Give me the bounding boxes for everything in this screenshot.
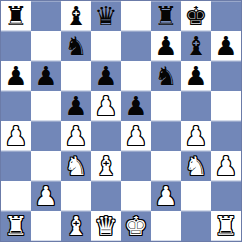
- square-f6[interactable]: ♞: [151, 61, 181, 91]
- square-f4[interactable]: [151, 121, 181, 151]
- square-e1[interactable]: ♚: [121, 211, 151, 241]
- square-e6[interactable]: [121, 61, 151, 91]
- piece-black-pawn[interactable]: ♟: [34, 61, 57, 91]
- square-b6[interactable]: ♟: [31, 61, 61, 91]
- piece-white-rook[interactable]: ♜: [214, 211, 237, 241]
- piece-black-knight[interactable]: ♞: [64, 31, 87, 61]
- square-f8[interactable]: ♜: [151, 1, 181, 31]
- square-e7[interactable]: [121, 31, 151, 61]
- square-e8[interactable]: [121, 1, 151, 31]
- square-c8[interactable]: ♝: [61, 1, 91, 31]
- square-d3[interactable]: ♝: [91, 151, 121, 181]
- piece-black-pawn[interactable]: ♟: [154, 31, 177, 61]
- piece-black-pawn[interactable]: ♟: [214, 31, 237, 61]
- piece-white-pawn[interactable]: ♟: [184, 121, 207, 151]
- square-h1[interactable]: ♜: [211, 211, 241, 241]
- square-h7[interactable]: ♟: [211, 31, 241, 61]
- square-b8[interactable]: [31, 1, 61, 31]
- square-f2[interactable]: ♟: [151, 181, 181, 211]
- piece-black-pawn[interactable]: ♟: [94, 61, 117, 91]
- square-f5[interactable]: [151, 91, 181, 121]
- square-h8[interactable]: [211, 1, 241, 31]
- piece-white-pawn[interactable]: ♟: [214, 151, 237, 181]
- square-b5[interactable]: [31, 91, 61, 121]
- piece-black-bishop[interactable]: ♝: [64, 1, 87, 31]
- square-h6[interactable]: [211, 61, 241, 91]
- square-b3[interactable]: [31, 151, 61, 181]
- piece-black-bishop[interactable]: ♝: [184, 31, 207, 61]
- piece-black-pawn[interactable]: ♟: [184, 61, 207, 91]
- piece-black-rook[interactable]: ♜: [154, 1, 177, 31]
- piece-black-queen[interactable]: ♛: [94, 1, 117, 31]
- square-d5[interactable]: ♟: [91, 91, 121, 121]
- piece-black-king[interactable]: ♚: [184, 1, 207, 31]
- piece-black-pawn[interactable]: ♟: [124, 91, 147, 121]
- board-container: ♜♝♛♜♚♞♟♝♟♟♟♟♞♟♟♟♟♟♟♟♟♞♝♞♟♟♟♜♝♛♚♜: [0, 0, 242, 242]
- piece-black-knight[interactable]: ♞: [154, 61, 177, 91]
- square-d2[interactable]: [91, 181, 121, 211]
- piece-white-pawn[interactable]: ♟: [124, 121, 147, 151]
- square-a6[interactable]: ♟: [1, 61, 31, 91]
- piece-white-pawn[interactable]: ♟: [34, 181, 57, 211]
- square-a3[interactable]: [1, 151, 31, 181]
- square-g1[interactable]: [181, 211, 211, 241]
- piece-white-pawn[interactable]: ♟: [154, 181, 177, 211]
- piece-black-pawn[interactable]: ♟: [64, 91, 87, 121]
- piece-white-pawn[interactable]: ♟: [4, 121, 27, 151]
- piece-white-rook[interactable]: ♜: [4, 211, 27, 241]
- square-b2[interactable]: ♟: [31, 181, 61, 211]
- square-g4[interactable]: ♟: [181, 121, 211, 151]
- piece-white-bishop[interactable]: ♝: [64, 211, 87, 241]
- square-c2[interactable]: [61, 181, 91, 211]
- square-a7[interactable]: [1, 31, 31, 61]
- square-a1[interactable]: ♜: [1, 211, 31, 241]
- square-h3[interactable]: ♟: [211, 151, 241, 181]
- square-d6[interactable]: ♟: [91, 61, 121, 91]
- square-g5[interactable]: [181, 91, 211, 121]
- square-f1[interactable]: [151, 211, 181, 241]
- square-d4[interactable]: [91, 121, 121, 151]
- square-c5[interactable]: ♟: [61, 91, 91, 121]
- square-g6[interactable]: ♟: [181, 61, 211, 91]
- square-a4[interactable]: ♟: [1, 121, 31, 151]
- square-g3[interactable]: ♞: [181, 151, 211, 181]
- square-g2[interactable]: [181, 181, 211, 211]
- square-d7[interactable]: [91, 31, 121, 61]
- square-c4[interactable]: ♟: [61, 121, 91, 151]
- square-c3[interactable]: ♞: [61, 151, 91, 181]
- piece-white-king[interactable]: ♚: [124, 211, 147, 241]
- square-f7[interactable]: ♟: [151, 31, 181, 61]
- piece-white-knight[interactable]: ♞: [64, 151, 87, 181]
- square-d8[interactable]: ♛: [91, 1, 121, 31]
- square-d1[interactable]: ♛: [91, 211, 121, 241]
- square-c6[interactable]: [61, 61, 91, 91]
- square-g8[interactable]: ♚: [181, 1, 211, 31]
- piece-black-pawn[interactable]: ♟: [4, 61, 27, 91]
- square-b4[interactable]: [31, 121, 61, 151]
- square-e3[interactable]: [121, 151, 151, 181]
- square-b7[interactable]: [31, 31, 61, 61]
- square-f3[interactable]: [151, 151, 181, 181]
- square-h2[interactable]: [211, 181, 241, 211]
- piece-white-bishop[interactable]: ♝: [94, 151, 117, 181]
- square-b1[interactable]: [31, 211, 61, 241]
- square-a8[interactable]: ♜: [1, 1, 31, 31]
- chess-board: ♜♝♛♜♚♞♟♝♟♟♟♟♞♟♟♟♟♟♟♟♟♞♝♞♟♟♟♜♝♛♚♜: [0, 0, 242, 242]
- square-e4[interactable]: ♟: [121, 121, 151, 151]
- square-e2[interactable]: [121, 181, 151, 211]
- square-e5[interactable]: ♟: [121, 91, 151, 121]
- piece-black-rook[interactable]: ♜: [4, 1, 27, 31]
- square-a5[interactable]: [1, 91, 31, 121]
- piece-white-pawn[interactable]: ♟: [94, 91, 117, 121]
- square-h5[interactable]: [211, 91, 241, 121]
- piece-white-queen[interactable]: ♛: [94, 211, 117, 241]
- square-g7[interactable]: ♝: [181, 31, 211, 61]
- square-a2[interactable]: [1, 181, 31, 211]
- square-h4[interactable]: [211, 121, 241, 151]
- piece-white-knight[interactable]: ♞: [184, 151, 207, 181]
- square-c1[interactable]: ♝: [61, 211, 91, 241]
- piece-white-pawn[interactable]: ♟: [64, 121, 87, 151]
- square-c7[interactable]: ♞: [61, 31, 91, 61]
